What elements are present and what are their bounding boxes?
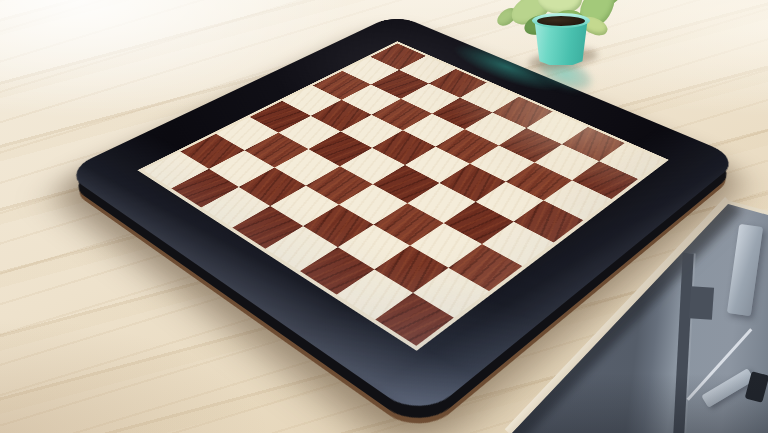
plant-soil: [537, 16, 585, 26]
drawer-handle-lower: [701, 368, 754, 408]
scene: [0, 0, 768, 433]
plant-pot-rim: [532, 13, 590, 28]
drawer-handle-vertical: [727, 224, 763, 316]
potted-plant: [496, 0, 628, 72]
dark-object: [745, 371, 768, 403]
drawer-gap-line: [687, 328, 753, 401]
cabinet-seam: [673, 253, 694, 433]
drawer-recess: [689, 286, 714, 320]
plant-pot: [532, 13, 590, 65]
